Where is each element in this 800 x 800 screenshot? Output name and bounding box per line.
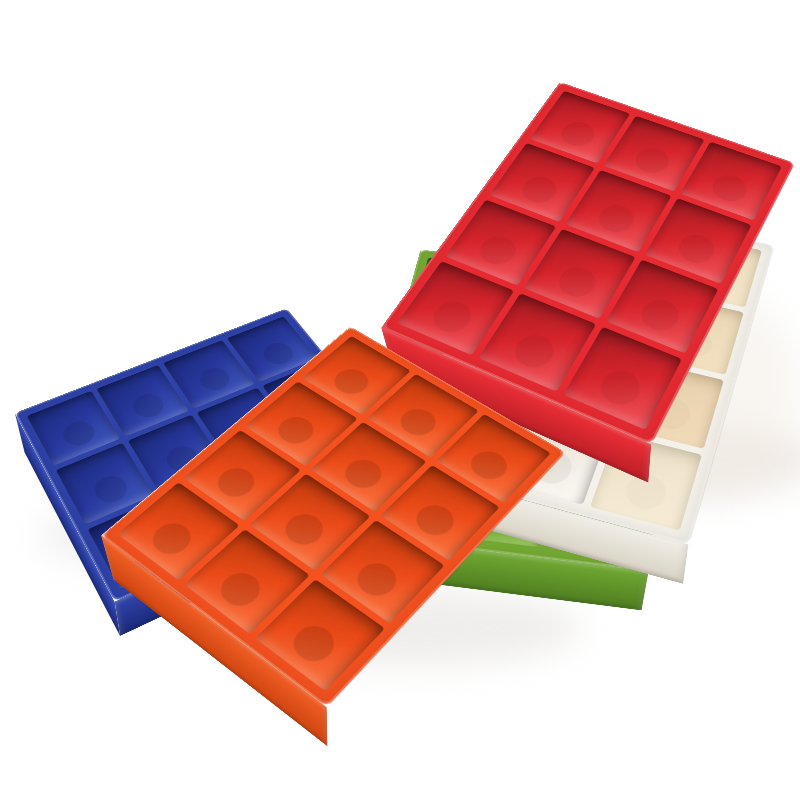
product-photo-drink-crates: drinkdrinkdrinkdrink — [0, 0, 800, 800]
compartment — [524, 228, 636, 318]
compartment — [606, 259, 719, 353]
